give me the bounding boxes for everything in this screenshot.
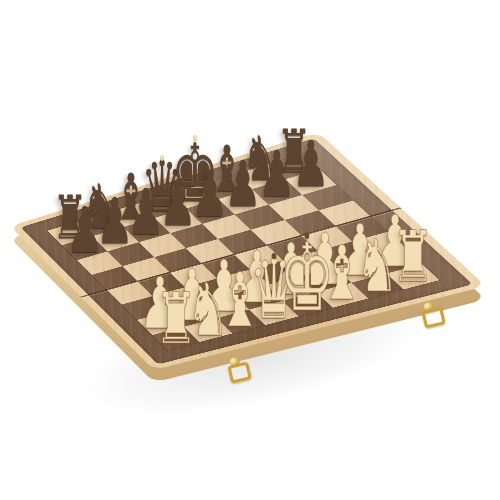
black-pawn[interactable]: ♟ bbox=[224, 153, 262, 216]
white-rook[interactable]: ♜ bbox=[392, 222, 434, 293]
brass-clasp-icon bbox=[417, 300, 445, 327]
brass-clasp-icon bbox=[223, 355, 251, 382]
black-pawn[interactable]: ♟ bbox=[258, 143, 296, 206]
finial-dot bbox=[305, 232, 310, 239]
finial-dot bbox=[161, 155, 165, 160]
product-photo-scene: ♜♞♝♛♚♝♞♜♟♟♟♟♟♟♟♟♟♟♟♟♟♟♟♟♜♞♝♛♚♝♞♜ bbox=[0, 0, 500, 500]
finial-dot bbox=[272, 253, 276, 259]
black-pawn[interactable]: ♟ bbox=[292, 133, 330, 196]
finial-dot bbox=[193, 135, 197, 141]
